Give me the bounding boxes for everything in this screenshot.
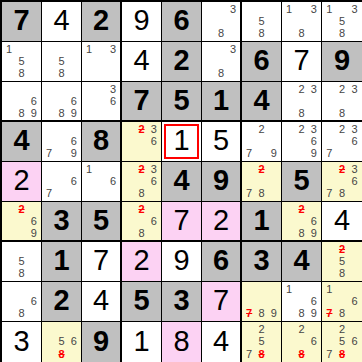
candidate-empty [203,68,215,80]
candidate-grid: 236 [123,123,160,160]
given-digit: 5 [293,166,309,195]
cell-r5c1[interactable]: 2 [2,162,42,202]
candidate-5: 5 [336,255,349,267]
cell-r7c9[interactable]: 258 [322,242,362,282]
candidate-empty [15,95,27,107]
candidate-empty [268,15,280,27]
given-digit: 9 [213,166,229,195]
cell-r2c3[interactable]: 13 [82,42,122,82]
cell-r4c7[interactable]: 279 [242,122,282,162]
candidate-2: 2 [295,83,307,95]
cell-r7c7[interactable]: 3 [242,242,282,282]
candidate-empty [308,15,320,27]
candidate-empty [348,107,361,119]
candidate-empty [283,123,295,135]
solved-digit: 9 [173,246,189,275]
candidate-empty [55,148,67,160]
candidate-empty [243,123,255,135]
candidate-9: 9 [68,148,80,160]
cell-r7c6[interactable]: 6 [202,242,242,282]
candidate-empty [336,283,349,295]
candidate-empty [348,308,361,320]
cell-r3c4[interactable]: 7 [122,82,162,122]
candidate-empty [243,163,255,175]
candidate-empty [83,95,95,107]
cell-r6c7[interactable]: 1 [242,202,282,242]
cell-r8c8[interactable]: 1689 [282,282,322,322]
candidate-empty [308,283,320,295]
candidate-empty [15,215,27,227]
candidate-empty [323,28,336,40]
cell-r7c5[interactable]: 9 [162,242,202,282]
cell-r6c3[interactable]: 5 [82,202,122,242]
candidate-empty [68,163,80,175]
cell-r4c5[interactable]: 1 [162,122,202,162]
cell-r9c2[interactable]: 568 [42,322,82,362]
candidate-empty [215,55,227,67]
candidate-empty [283,28,295,40]
candidate-empty [28,243,40,255]
cell-r8c9[interactable]: 1678 [322,282,362,322]
cell-r6c9[interactable]: 4 [322,202,362,242]
candidate-8: 8 [336,188,349,200]
candidate-8: 8 [15,268,27,280]
candidate-empty [268,3,280,15]
given-digit: 3 [53,206,69,235]
candidate-empty [348,348,361,361]
cell-r3c7[interactable]: 4 [242,82,282,122]
cell-r4c9[interactable]: 2367 [322,122,362,162]
candidate-5: 5 [55,336,67,349]
candidate-empty [148,148,160,160]
cell-r9c8[interactable]: 268 [282,322,322,362]
cell-r5c2[interactable]: 67 [42,162,82,202]
candidate-8: 8 [215,68,227,80]
candidate-empty [83,83,95,95]
candidate-grid: 278 [243,163,280,200]
given-digit: 4 [253,86,269,115]
candidate-2-eliminated: 2 [336,163,349,175]
cell-r9c9[interactable]: 25678 [322,322,362,362]
candidate-empty [348,28,361,40]
candidate-empty [55,43,67,55]
cell-r9c1[interactable]: 3 [2,322,42,362]
cell-r9c6[interactable]: 4 [202,322,242,362]
candidate-empty [135,135,147,147]
candidate-empty [243,3,255,15]
candidate-empty [336,148,349,160]
candidate-2-eliminated: 2 [135,123,147,135]
candidate-empty [3,283,15,295]
candidate-empty [336,135,349,147]
cell-r2c6[interactable]: 38 [202,42,242,82]
candidate-empty [15,243,27,255]
candidate-empty [95,55,107,67]
candidate-empty [43,123,55,135]
candidate-empty [268,135,280,147]
candidate-6: 6 [28,215,40,227]
cell-r8c3[interactable]: 4 [82,282,122,322]
candidate-grid: 268 [283,323,320,361]
candidate-3: 3 [348,123,361,135]
candidate-empty [43,83,55,95]
candidate-empty [295,336,307,349]
cell-r7c1[interactable]: 58 [2,242,42,282]
cell-r3c5[interactable]: 5 [162,82,202,122]
candidate-empty [68,123,80,135]
candidate-empty [243,336,255,349]
candidate-6: 6 [148,135,160,147]
candidate-grid: 58 [3,243,40,280]
candidate-empty [283,15,295,27]
candidate-empty [28,255,40,267]
candidate-grid: 36 [83,83,119,119]
candidate-grid: 25678 [323,323,361,361]
solved-digit: 2 [213,206,229,235]
candidate-empty [203,3,215,15]
candidate-6: 6 [107,95,119,107]
candidate-empty [95,163,107,175]
candidate-empty [243,15,255,27]
cell-r8c6[interactable]: 7 [202,282,242,322]
candidate-empty [123,135,135,147]
candidate-empty [283,107,295,119]
candidate-2: 2 [336,83,349,95]
cell-r5c8[interactable]: 5 [282,162,322,202]
cell-r8c5[interactable]: 3 [162,282,202,322]
candidate-empty [295,148,307,160]
candidate-grid: 2578 [243,323,280,361]
candidate-6: 6 [348,336,361,349]
candidate-empty [3,215,15,227]
candidate-empty [3,255,15,267]
cell-r8c4[interactable]: 5 [122,282,162,322]
candidate-empty [243,295,255,307]
candidate-empty [148,188,160,200]
candidate-empty [3,295,15,307]
candidate-8: 8 [295,227,307,239]
cell-r4c2[interactable]: 679 [42,122,82,162]
given-digit: 2 [173,46,189,75]
candidate-empty [268,163,280,175]
candidate-6: 6 [308,336,320,349]
cell-r9c4[interactable]: 1 [122,322,162,362]
candidate-grid: 238 [283,83,320,119]
cell-r2c5[interactable]: 2 [162,42,202,82]
given-digit: 9 [334,46,350,75]
candidate-empty [15,43,27,55]
candidate-empty [227,68,239,80]
cell-r1c8[interactable]: 138 [282,2,322,42]
candidate-empty [3,203,15,215]
candidate-empty [308,348,320,361]
cell-r4c8[interactable]: 2369 [282,122,322,162]
cell-r8c7[interactable]: 789 [242,282,282,322]
candidate-empty [295,135,307,147]
candidate-empty [3,227,15,239]
cell-r3c6[interactable]: 1 [202,82,242,122]
candidate-2-eliminated: 2 [336,243,349,255]
candidate-empty [135,148,147,160]
candidate-3: 3 [227,43,239,55]
candidate-empty [243,283,255,295]
cell-r1c9[interactable]: 1358 [322,2,362,42]
candidate-empty [268,348,280,361]
solved-digit: 9 [133,6,149,35]
candidate-5: 5 [15,55,27,67]
candidate-8-eliminated: 8 [55,348,67,361]
candidate-3: 3 [148,123,160,135]
candidate-empty [123,123,135,135]
candidate-empty [295,15,307,27]
candidate-7: 7 [243,188,255,200]
candidate-grid: 13 [83,43,119,80]
candidate-7: 7 [323,148,336,160]
candidate-empty [123,148,135,160]
candidate-empty [203,28,215,40]
candidate-3: 3 [107,83,119,95]
cell-r1c3[interactable]: 2 [82,2,122,42]
candidate-6: 6 [308,135,320,147]
candidate-empty [43,348,55,361]
candidate-8: 8 [55,107,67,119]
cell-r6c5[interactable]: 7 [162,202,202,242]
cell-r4c1[interactable]: 4 [2,122,42,162]
cell-r2c9[interactable]: 9 [322,42,362,82]
candidate-grid: 2367 [323,123,361,160]
candidate-empty [295,215,307,227]
candidate-9: 9 [68,107,80,119]
candidate-empty [28,55,40,67]
cell-r1c1[interactable]: 7 [2,2,42,42]
given-digit: 3 [253,246,269,275]
candidate-empty [68,55,80,67]
given-digit: 6 [213,246,229,275]
candidate-2: 2 [295,323,307,336]
candidate-empty [348,95,361,107]
candidate-empty [336,95,349,107]
candidate-grid: 279 [243,123,280,160]
candidate-empty [68,323,80,336]
candidate-empty [55,188,67,200]
cell-r4c4[interactable]: 236 [122,122,162,162]
candidate-empty [28,68,40,80]
candidate-7: 7 [43,148,55,160]
candidate-empty [68,68,80,80]
candidate-grid: 58 [243,3,280,40]
candidate-empty [3,55,15,67]
candidate-grid: 2368 [123,163,160,200]
candidate-8: 8 [55,68,67,80]
cell-r5c5[interactable]: 4 [162,162,202,202]
candidate-9: 9 [28,227,40,239]
given-digit: 4 [13,126,29,155]
cell-r5c4[interactable]: 2368 [122,162,162,202]
solved-digit: 7 [213,286,229,315]
cell-r4c3[interactable]: 8 [82,122,122,162]
candidate-grid: 568 [43,323,80,361]
cell-r6c4[interactable]: 268 [122,202,162,242]
candidate-empty [323,336,336,349]
candidate-grid: 1678 [323,283,361,320]
given-digit: 1 [53,246,69,275]
candidate-empty [55,123,67,135]
solved-digit: 2 [13,166,29,195]
candidate-6: 6 [148,215,160,227]
candidate-empty [255,3,267,15]
candidate-empty [323,123,336,135]
candidate-6: 6 [68,135,80,147]
cell-r9c3[interactable]: 9 [82,322,122,362]
candidate-empty [55,95,67,107]
candidate-empty [295,295,307,307]
candidate-empty [323,295,336,307]
cell-r1c2[interactable]: 4 [42,2,82,42]
candidate-empty [283,295,295,307]
cell-r5c6[interactable]: 9 [202,162,242,202]
candidate-empty [215,3,227,15]
solved-digit: 2 [133,246,149,275]
candidate-5: 5 [255,15,267,27]
given-digit: 3 [173,286,189,315]
candidate-empty [95,43,107,55]
candidate-grid: 268 [123,203,160,239]
candidate-2: 2 [295,123,307,135]
candidate-grid: 269 [3,203,40,239]
cell-r6c1[interactable]: 269 [2,202,42,242]
candidate-empty [43,107,55,119]
candidate-empty [283,135,295,147]
candidate-grid: 1358 [323,3,361,40]
candidate-5: 5 [15,255,27,267]
candidate-empty [83,55,95,67]
cell-r1c5[interactable]: 6 [162,2,202,42]
candidate-empty [348,15,361,27]
candidate-empty [243,135,255,147]
cell-r5c9[interactable]: 23678 [322,162,362,202]
candidate-6: 6 [68,175,80,187]
solved-digit: 8 [173,327,189,356]
cell-r6c8[interactable]: 2689 [282,202,322,242]
candidate-empty [215,43,227,55]
candidate-empty [348,268,361,280]
candidate-empty [323,323,336,336]
candidate-7: 7 [323,188,336,200]
candidate-empty [43,336,55,349]
cell-r3c9[interactable]: 238 [322,82,362,122]
candidate-grid: 38 [203,3,239,40]
candidate-empty [323,95,336,107]
solved-digit: 4 [334,206,350,235]
candidate-grid: 689 [3,83,40,119]
cell-r2c1[interactable]: 158 [2,42,42,82]
cell-r8c1[interactable]: 68 [2,282,42,322]
candidate-grid: 38 [203,43,239,80]
candidate-empty [68,83,80,95]
cell-r7c2[interactable]: 1 [42,242,82,282]
candidate-grid: 679 [43,123,80,160]
candidate-empty [308,323,320,336]
candidate-5: 5 [255,336,267,349]
cell-r3c8[interactable]: 238 [282,82,322,122]
cell-r7c8[interactable]: 4 [282,242,322,282]
cell-r2c8[interactable]: 7 [282,42,322,82]
candidate-empty [148,227,160,239]
candidate-empty [308,203,320,215]
cell-r3c3[interactable]: 36 [82,82,122,122]
candidate-1: 1 [323,283,336,295]
candidate-empty [348,148,361,160]
candidate-8-eliminated: 8 [295,348,307,361]
given-digit: 7 [133,86,149,115]
candidate-empty [123,175,135,187]
candidate-2-eliminated: 2 [135,203,147,215]
candidate-empty [107,188,119,200]
candidate-empty [95,175,107,187]
sudoku-board: 7429638581381358158581342386796896893675… [0,0,362,362]
candidate-2: 2 [255,323,267,336]
cell-r5c7[interactable]: 278 [242,162,282,202]
cell-r9c5[interactable]: 8 [162,322,202,362]
cell-r5c3[interactable]: 16 [82,162,122,202]
cell-r7c4[interactable]: 2 [122,242,162,282]
candidate-empty [255,283,267,295]
given-digit: 6 [173,6,189,35]
cell-r7c3[interactable]: 7 [82,242,122,282]
candidate-empty [203,43,215,55]
candidate-empty [323,255,336,267]
cell-r2c7[interactable]: 6 [242,42,282,82]
candidate-empty [268,295,280,307]
candidate-empty [107,107,119,119]
candidate-empty [348,243,361,255]
candidate-empty [55,323,67,336]
candidate-empty [148,203,160,215]
solved-digit: 4 [133,46,149,75]
solved-digit: 7 [93,246,109,275]
candidate-7: 7 [323,348,336,361]
candidate-9: 9 [308,148,320,160]
cell-r2c4[interactable]: 4 [122,42,162,82]
candidate-8: 8 [336,28,349,40]
candidate-empty [95,188,107,200]
candidate-6: 6 [348,295,361,307]
cell-r2c2[interactable]: 58 [42,42,82,82]
cell-r3c2[interactable]: 689 [42,82,82,122]
candidate-empty [83,175,95,187]
cell-r4c6[interactable]: 5 [202,122,242,162]
cell-r1c7[interactable]: 58 [242,2,282,42]
cell-r9c7[interactable]: 2578 [242,322,282,362]
cell-r1c4[interactable]: 9 [122,2,162,42]
cell-r6c2[interactable]: 3 [42,202,82,242]
candidate-8: 8 [255,28,267,40]
candidate-6: 6 [68,336,80,349]
candidate-6: 6 [107,175,119,187]
cell-r1c6[interactable]: 38 [202,2,242,42]
candidate-2-eliminated: 2 [295,203,307,215]
candidate-empty [336,3,349,15]
candidate-8: 8 [255,308,267,320]
cell-r8c2[interactable]: 2 [42,282,82,322]
cell-r6c6[interactable]: 2 [202,202,242,242]
candidate-empty [268,28,280,40]
candidate-6: 6 [348,175,361,187]
candidate-empty [123,188,135,200]
cell-r3c1[interactable]: 689 [2,82,42,122]
solved-digit: 4 [213,327,229,356]
candidate-6: 6 [28,295,40,307]
